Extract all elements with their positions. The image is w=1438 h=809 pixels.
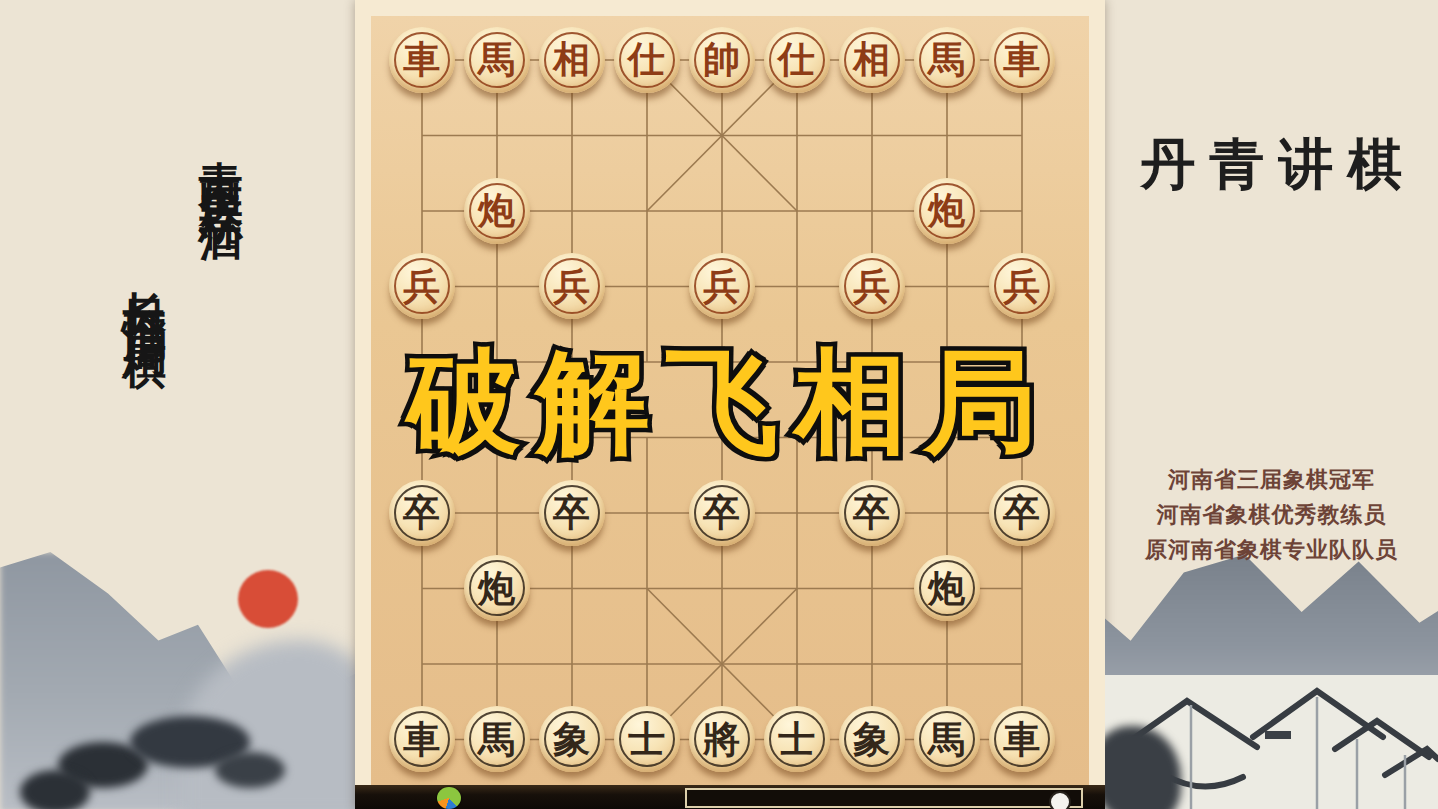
piece-black-soldier[interactable]: 卒: [989, 480, 1055, 546]
board-point: [609, 551, 684, 627]
piece-ring: [844, 258, 900, 314]
piece-ring: [544, 32, 600, 88]
piece-ring: [619, 32, 675, 88]
board-point: [684, 551, 759, 627]
board-point: 車: [984, 702, 1059, 778]
board-point: 兵: [984, 249, 1059, 325]
xiangqi-app-frame: 車馬相仕帥仕相馬車炮炮兵兵兵兵兵卒卒卒卒卒炮炮車馬象士將士象馬車 破解飞相局: [355, 0, 1105, 809]
board-point: [834, 551, 909, 627]
board-point: [459, 626, 534, 702]
board-point: 象: [534, 702, 609, 778]
board-point: [609, 626, 684, 702]
piece-ring: [469, 32, 525, 88]
board-point: 馬: [909, 702, 984, 778]
credential-line: 河南省三届象棋冠军: [1105, 462, 1438, 497]
piece-ring: [919, 183, 975, 239]
board-point: 兵: [684, 249, 759, 325]
piece-black-soldier[interactable]: 卒: [689, 480, 755, 546]
couplet-line-1: 青山不厌三杯酒: [192, 126, 251, 189]
board-point: [609, 475, 684, 551]
piece-ring: [394, 711, 450, 767]
board-point: [609, 98, 684, 174]
piece-black-general[interactable]: 將: [689, 706, 755, 772]
piece-ring: [544, 485, 600, 541]
board-point: 馬: [459, 702, 534, 778]
board-point: [909, 249, 984, 325]
board-point: [984, 98, 1059, 174]
board-point: [534, 551, 609, 627]
piece-red-chariot[interactable]: 車: [389, 27, 455, 93]
board-point: [834, 173, 909, 249]
board-point: [759, 626, 834, 702]
board-point: 士: [759, 702, 834, 778]
board-point: 車: [384, 22, 459, 98]
piece-red-horse[interactable]: 馬: [464, 27, 530, 93]
board-point: 兵: [834, 249, 909, 325]
board-point: [909, 98, 984, 174]
board-point: 兵: [534, 249, 609, 325]
board-point: 相: [534, 22, 609, 98]
board-point: [609, 249, 684, 325]
piece-red-cannon[interactable]: 炮: [914, 178, 980, 244]
board-point: 卒: [684, 475, 759, 551]
board-point: [909, 475, 984, 551]
piece-ring: [469, 711, 525, 767]
piece-ring: [694, 258, 750, 314]
piece-ring: [844, 711, 900, 767]
board-point: 將: [684, 702, 759, 778]
board-point: 卒: [984, 475, 1059, 551]
board-point: [384, 626, 459, 702]
piece-ring: [844, 485, 900, 541]
board-point: [984, 173, 1059, 249]
piece-black-chariot[interactable]: 車: [989, 706, 1055, 772]
board-point: 炮: [909, 173, 984, 249]
board-point: [534, 98, 609, 174]
board-point: [684, 98, 759, 174]
piece-red-soldier[interactable]: 兵: [839, 253, 905, 319]
piece-ring: [994, 485, 1050, 541]
piece-red-soldier[interactable]: 兵: [389, 253, 455, 319]
piece-ring: [619, 711, 675, 767]
piece-ring: [769, 32, 825, 88]
board-point: [984, 626, 1059, 702]
piece-ring: [769, 711, 825, 767]
board-point: 卒: [834, 475, 909, 551]
red-sun: [238, 570, 298, 628]
piece-red-cannon[interactable]: 炮: [464, 178, 530, 244]
board-point: 炮: [459, 173, 534, 249]
piece-black-advisor[interactable]: 士: [764, 706, 830, 772]
board-point: [459, 475, 534, 551]
ink-trees: [20, 770, 90, 809]
board-point: [384, 173, 459, 249]
couplet-line-2: 长日惟消一局棋: [116, 256, 175, 319]
piece-ring: [919, 560, 975, 616]
board-point: 馬: [909, 22, 984, 98]
board-point: [984, 551, 1059, 627]
board-point: [759, 173, 834, 249]
piece-red-advisor[interactable]: 仕: [764, 27, 830, 93]
board-point: [834, 98, 909, 174]
piece-ring: [694, 32, 750, 88]
piece-red-soldier[interactable]: 兵: [689, 253, 755, 319]
board-point: [609, 173, 684, 249]
right-info-panel: 丹青讲棋 河南省三届象棋冠军 河南省象棋优秀教练员 原河南省象棋专业队队员: [1105, 0, 1438, 809]
board-point: 馬: [459, 22, 534, 98]
piece-ring: [994, 258, 1050, 314]
piece-ring: [394, 485, 450, 541]
banner-box[interactable]: [685, 788, 1083, 808]
credentials-list: 河南省三届象棋冠军 河南省象棋优秀教练员 原河南省象棋专业队队员: [1105, 462, 1438, 567]
piece-red-chariot[interactable]: 車: [989, 27, 1055, 93]
board-point: [759, 551, 834, 627]
piece-black-soldier[interactable]: 卒: [839, 480, 905, 546]
piece-black-chariot[interactable]: 車: [389, 706, 455, 772]
piece-red-soldier[interactable]: 兵: [539, 253, 605, 319]
piece-ring: [694, 485, 750, 541]
board-point: [534, 173, 609, 249]
board-point: 車: [984, 22, 1059, 98]
board-point: [759, 475, 834, 551]
board-point: [759, 249, 834, 325]
app-bottom-bar: [355, 785, 1105, 809]
board-point: [684, 626, 759, 702]
piece-ring: [544, 258, 600, 314]
piece-red-elephant[interactable]: 相: [539, 27, 605, 93]
piece-ring: [994, 711, 1050, 767]
channel-title: 丹青讲棋: [1105, 128, 1438, 202]
board-point: 士: [609, 702, 684, 778]
board-point: [834, 626, 909, 702]
board-point: 仕: [759, 22, 834, 98]
credential-line: 河南省象棋优秀教练员: [1105, 497, 1438, 532]
piece-ring: [844, 32, 900, 88]
board-point: [534, 626, 609, 702]
piece-black-soldier[interactable]: 卒: [389, 480, 455, 546]
piece-red-soldier[interactable]: 兵: [989, 253, 1055, 319]
piece-black-horse[interactable]: 馬: [464, 706, 530, 772]
piece-black-horse[interactable]: 馬: [914, 706, 980, 772]
board-point: [459, 98, 534, 174]
piece-ring: [469, 560, 525, 616]
board-point: [459, 249, 534, 325]
board-point: 帥: [684, 22, 759, 98]
board-point: 卒: [534, 475, 609, 551]
piece-black-soldier[interactable]: 卒: [539, 480, 605, 546]
piece-ring: [394, 32, 450, 88]
game-logo-icon[interactable]: [437, 787, 461, 809]
piece-black-elephant[interactable]: 象: [539, 706, 605, 772]
video-headline: 破解飞相局: [355, 327, 1105, 480]
piece-ring: [994, 32, 1050, 88]
board-point: [384, 98, 459, 174]
piece-ring: [919, 711, 975, 767]
left-art-panel: 青山不厌三杯酒 长日惟消一局棋: [0, 0, 355, 809]
board-point: [909, 626, 984, 702]
board-point: 仕: [609, 22, 684, 98]
piece-ring: [469, 183, 525, 239]
screenshot-stage: 青山不厌三杯酒 长日惟消一局棋 丹青讲棋 河南省三届象棋冠军 河南省象棋优秀教练…: [0, 0, 1438, 809]
piece-red-elephant[interactable]: 相: [839, 27, 905, 93]
ink-trees: [215, 752, 285, 788]
board-point: 炮: [909, 551, 984, 627]
piece-red-advisor[interactable]: 仕: [614, 27, 680, 93]
board-point: [759, 98, 834, 174]
board-point: 卒: [384, 475, 459, 551]
board-point: [384, 551, 459, 627]
piece-black-cannon[interactable]: 炮: [464, 555, 530, 621]
board-point: 炮: [459, 551, 534, 627]
piece-ring: [919, 32, 975, 88]
board-point: 象: [834, 702, 909, 778]
piece-ring: [694, 711, 750, 767]
piece-ring: [544, 711, 600, 767]
board-point: 兵: [384, 249, 459, 325]
piece-red-horse[interactable]: 馬: [914, 27, 980, 93]
piece-ring: [394, 258, 450, 314]
piece-black-cannon[interactable]: 炮: [914, 555, 980, 621]
board-point: 相: [834, 22, 909, 98]
board-point: [684, 173, 759, 249]
piece-black-advisor[interactable]: 士: [614, 706, 680, 772]
board-point: 車: [384, 702, 459, 778]
piece-red-general[interactable]: 帥: [689, 27, 755, 93]
mascot-circle-icon: [1049, 791, 1071, 809]
piece-black-elephant[interactable]: 象: [839, 706, 905, 772]
credential-line: 原河南省象棋专业队队员: [1105, 532, 1438, 567]
